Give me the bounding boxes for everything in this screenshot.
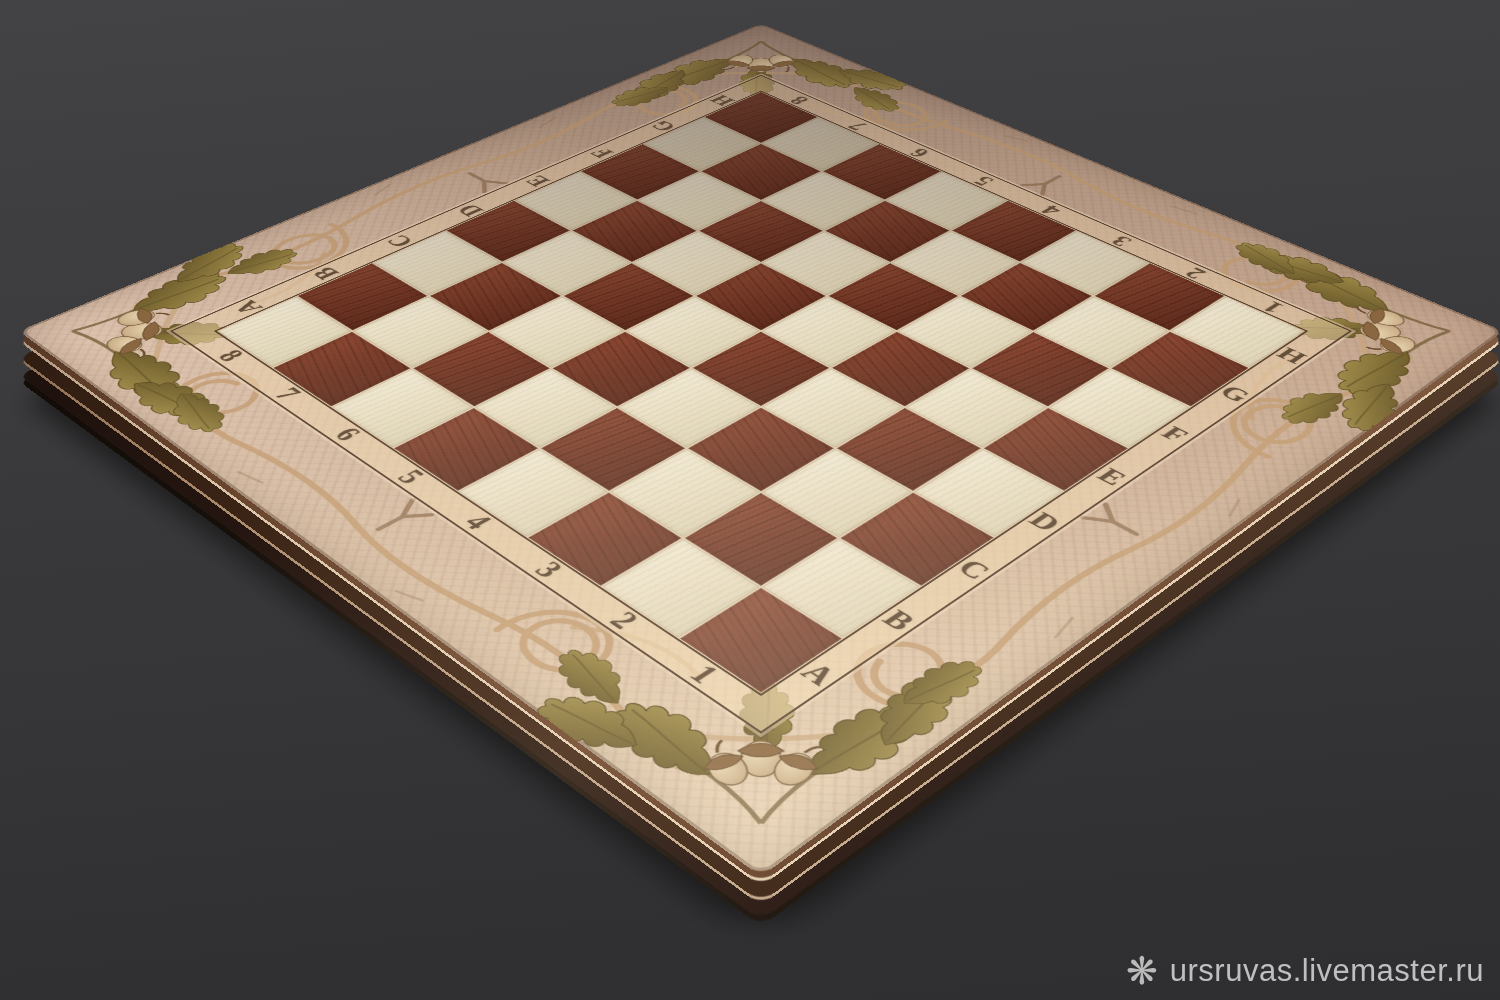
chess-board: 88HH77GG66FF55EE44DD33CC22BB11AA: [19, 24, 1500, 877]
watermark: ❋ ursruvas.livemaster.ru: [1126, 952, 1484, 990]
board-scene: 88HH77GG66FF55EE44DD33CC22BB11AA: [0, 0, 1500, 1000]
photo-stage: 88HH77GG66FF55EE44DD33CC22BB11AA ❋ ursru…: [0, 0, 1500, 1000]
snowflake-icon: ❋: [1126, 952, 1158, 990]
watermark-text: ursruvas.livemaster.ru: [1170, 953, 1484, 989]
